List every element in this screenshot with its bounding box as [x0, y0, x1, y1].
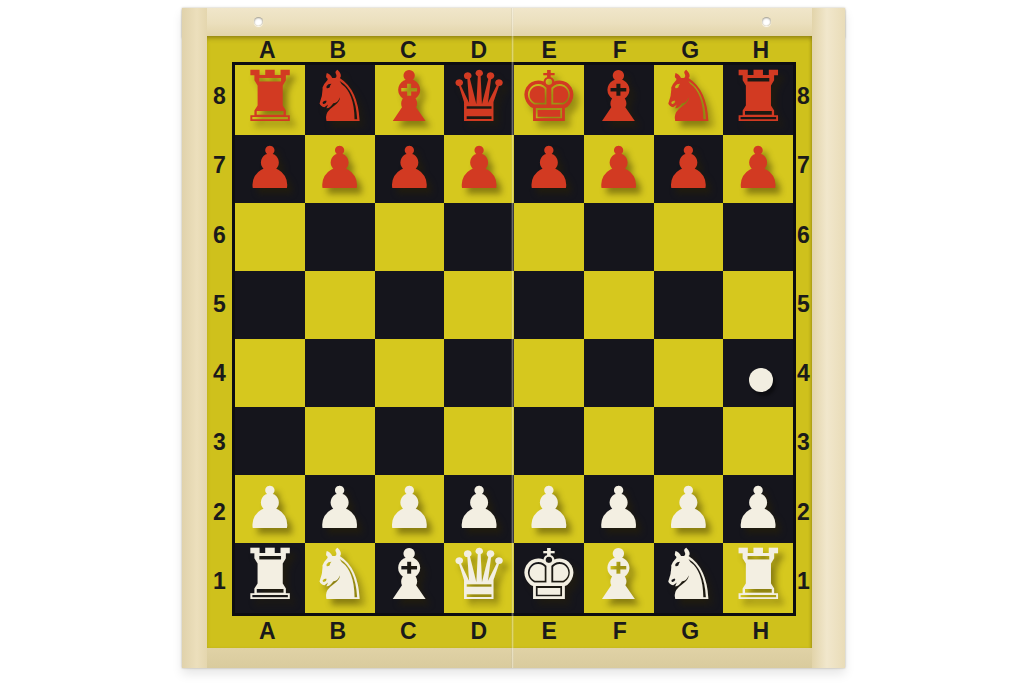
piece-red-pawn[interactable]: ♟: [453, 139, 505, 197]
square-d7[interactable]: ♟: [444, 135, 514, 203]
square-c7[interactable]: ♟: [375, 135, 445, 203]
piece-white-pawn[interactable]: ♟: [593, 479, 645, 537]
square-g3[interactable]: [654, 407, 724, 475]
square-a4[interactable]: [235, 339, 305, 407]
square-h4[interactable]: [723, 339, 793, 407]
square-c4[interactable]: [375, 339, 445, 407]
file-label: D: [444, 620, 515, 643]
square-d8[interactable]: ♛: [444, 65, 514, 135]
rank-label: 4: [207, 339, 232, 408]
square-f5[interactable]: [584, 271, 654, 339]
square-a3[interactable]: [235, 407, 305, 475]
piece-red-rook[interactable]: ♜: [238, 62, 301, 132]
square-c2[interactable]: ♟: [375, 475, 445, 543]
rank-labels-right: 87654321: [796, 62, 812, 616]
piece-red-pawn[interactable]: ♟: [523, 139, 575, 197]
square-f4[interactable]: [584, 339, 654, 407]
rank-label: 4: [796, 339, 812, 408]
piece-white-pawn[interactable]: ♟: [314, 479, 366, 537]
rank-label: 8: [207, 62, 232, 131]
piece-white-knight[interactable]: ♞: [657, 540, 720, 610]
square-f2[interactable]: ♟: [584, 475, 654, 543]
square-b1[interactable]: ♞: [305, 543, 375, 613]
piece-red-bishop[interactable]: ♝: [378, 62, 441, 132]
piece-white-pawn[interactable]: ♟: [662, 479, 714, 537]
square-g2[interactable]: ♟: [654, 475, 724, 543]
square-h5[interactable]: [723, 271, 793, 339]
square-f7[interactable]: ♟: [584, 135, 654, 203]
square-c8[interactable]: ♝: [375, 65, 445, 135]
file-label: H: [726, 620, 797, 643]
square-b7[interactable]: ♟: [305, 135, 375, 203]
piece-white-king[interactable]: ♚: [517, 540, 580, 610]
square-a8[interactable]: ♜: [235, 65, 305, 135]
piece-red-knight[interactable]: ♞: [657, 62, 720, 132]
corner-spacer: [207, 616, 232, 648]
photo-background: ABCDEFGH 87654321 ♜♞♝♛♚♝♞♜♟♟♟♟♟♟♟♟♟♟♟♟♟♟…: [0, 0, 1024, 683]
file-label: F: [585, 620, 656, 643]
square-e7[interactable]: ♟: [514, 135, 584, 203]
square-a6[interactable]: [235, 203, 305, 271]
piece-white-knight[interactable]: ♞: [308, 540, 371, 610]
wood-frame-bottom: [182, 648, 845, 668]
square-g7[interactable]: ♟: [654, 135, 724, 203]
rank-label: 6: [796, 201, 812, 270]
chess-grid: ♜♞♝♛♚♝♞♜♟♟♟♟♟♟♟♟♟♟♟♟♟♟♟♟♜♞♝♛♚♝♞♜: [232, 62, 796, 616]
piece-white-queen[interactable]: ♛: [448, 540, 511, 610]
piece-white-rook[interactable]: ♜: [727, 540, 790, 610]
square-h3[interactable]: [723, 407, 793, 475]
piece-red-pawn[interactable]: ♟: [244, 139, 296, 197]
demonstration-chessboard: ABCDEFGH 87654321 ♜♞♝♛♚♝♞♜♟♟♟♟♟♟♟♟♟♟♟♟♟♟…: [182, 8, 845, 668]
rank-label: 2: [796, 478, 812, 547]
piece-red-knight[interactable]: ♞: [308, 62, 371, 132]
square-g5[interactable]: [654, 271, 724, 339]
piece-red-pawn[interactable]: ♟: [662, 139, 714, 197]
square-c1[interactable]: ♝: [375, 543, 445, 613]
file-labels-bottom: ABCDEFGH: [232, 616, 796, 648]
file-label: E: [514, 620, 585, 643]
corner-spacer: [207, 36, 232, 62]
file-label: A: [232, 620, 303, 643]
piece-white-pawn[interactable]: ♟: [383, 479, 435, 537]
piece-red-bishop[interactable]: ♝: [587, 62, 650, 132]
rank-label: 7: [796, 131, 812, 200]
corner-spacer: [796, 616, 812, 648]
square-h1[interactable]: ♜: [723, 543, 793, 613]
rank-labels-left: 87654321: [207, 62, 232, 616]
rank-label: 1: [207, 547, 232, 616]
square-h7[interactable]: ♟: [723, 135, 793, 203]
square-c6[interactable]: [375, 203, 445, 271]
piece-red-rook[interactable]: ♜: [727, 62, 790, 132]
square-h2[interactable]: ♟: [723, 475, 793, 543]
piece-red-pawn[interactable]: ♟: [383, 139, 435, 197]
rank-label: 8: [796, 62, 812, 131]
file-label: B: [303, 620, 374, 643]
square-f3[interactable]: [584, 407, 654, 475]
marker-disc-h4[interactable]: [749, 368, 773, 392]
square-c5[interactable]: [375, 271, 445, 339]
rank-label: 7: [207, 131, 232, 200]
wood-frame-left: [182, 8, 207, 668]
rank-label: 3: [207, 408, 232, 477]
rank-label: 1: [796, 547, 812, 616]
square-a1[interactable]: ♜: [235, 543, 305, 613]
square-b4[interactable]: [305, 339, 375, 407]
rank-label: 3: [796, 408, 812, 477]
square-a2[interactable]: ♟: [235, 475, 305, 543]
square-a5[interactable]: [235, 271, 305, 339]
wood-frame-right: [812, 8, 845, 668]
square-d1[interactable]: ♛: [444, 543, 514, 613]
square-f6[interactable]: [584, 203, 654, 271]
piece-white-pawn[interactable]: ♟: [523, 479, 575, 537]
wood-frame-top: [182, 8, 845, 36]
square-b2[interactable]: ♟: [305, 475, 375, 543]
rank-label: 5: [796, 270, 812, 339]
rank-label: 2: [207, 478, 232, 547]
square-g6[interactable]: [654, 203, 724, 271]
square-b3[interactable]: [305, 407, 375, 475]
piece-red-queen[interactable]: ♛: [448, 62, 511, 132]
square-e8[interactable]: ♚: [514, 65, 584, 135]
square-e2[interactable]: ♟: [514, 475, 584, 543]
square-e6[interactable]: [514, 203, 584, 271]
piece-white-pawn[interactable]: ♟: [244, 479, 296, 537]
square-d2[interactable]: ♟: [444, 475, 514, 543]
square-h6[interactable]: [723, 203, 793, 271]
square-e1[interactable]: ♚: [514, 543, 584, 613]
hanging-hole-right: [762, 17, 771, 26]
square-a7[interactable]: ♟: [235, 135, 305, 203]
piece-red-king[interactable]: ♚: [517, 62, 580, 132]
piece-white-pawn[interactable]: ♟: [732, 479, 784, 537]
square-b6[interactable]: [305, 203, 375, 271]
piece-white-rook[interactable]: ♜: [238, 540, 301, 610]
square-e4[interactable]: [514, 339, 584, 407]
square-g4[interactable]: [654, 339, 724, 407]
square-h8[interactable]: ♜: [723, 65, 793, 135]
piece-red-pawn[interactable]: ♟: [732, 139, 784, 197]
board-face: ABCDEFGH 87654321 ♜♞♝♛♚♝♞♜♟♟♟♟♟♟♟♟♟♟♟♟♟♟…: [207, 36, 812, 648]
file-label: G: [655, 620, 726, 643]
piece-white-bishop[interactable]: ♝: [378, 540, 441, 610]
corner-spacer: [796, 36, 812, 62]
square-b5[interactable]: [305, 271, 375, 339]
square-e3[interactable]: [514, 407, 584, 475]
square-d6[interactable]: [444, 203, 514, 271]
square-c3[interactable]: [375, 407, 445, 475]
square-g8[interactable]: ♞: [654, 65, 724, 135]
square-e5[interactable]: [514, 271, 584, 339]
piece-red-pawn[interactable]: ♟: [593, 139, 645, 197]
square-d4[interactable]: [444, 339, 514, 407]
piece-white-pawn[interactable]: ♟: [453, 479, 505, 537]
piece-red-pawn[interactable]: ♟: [314, 139, 366, 197]
file-label: C: [373, 620, 444, 643]
rank-label: 6: [207, 201, 232, 270]
rank-label: 5: [207, 270, 232, 339]
square-f1[interactable]: ♝: [584, 543, 654, 613]
square-b8[interactable]: ♞: [305, 65, 375, 135]
square-f8[interactable]: ♝: [584, 65, 654, 135]
square-g1[interactable]: ♞: [654, 543, 724, 613]
square-d3[interactable]: [444, 407, 514, 475]
square-d5[interactable]: [444, 271, 514, 339]
hanging-hole-left: [254, 17, 263, 26]
piece-white-bishop[interactable]: ♝: [587, 540, 650, 610]
